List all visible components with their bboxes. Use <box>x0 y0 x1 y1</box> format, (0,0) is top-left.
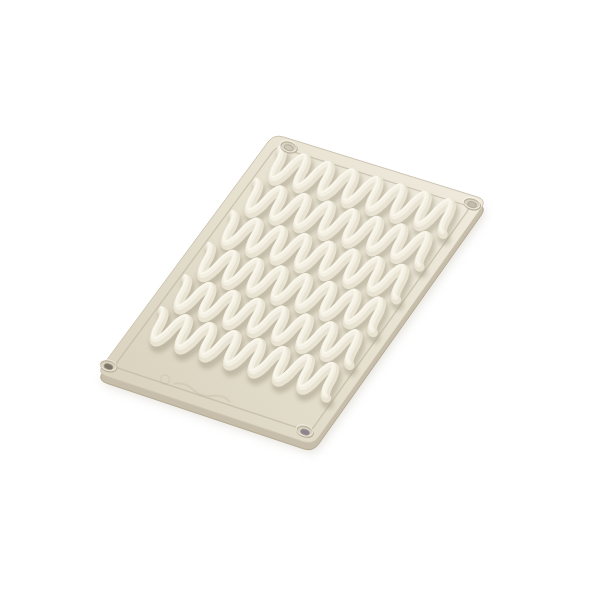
product-photo: Overhead three-quarter product photo of … <box>0 0 600 600</box>
mold-photo-svg <box>0 0 600 600</box>
